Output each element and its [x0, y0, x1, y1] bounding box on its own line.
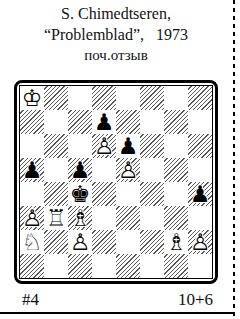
- stipulation-mate-in-4: #4: [22, 290, 39, 310]
- award-line: поч.отзыв: [0, 45, 232, 66]
- piece-wP: ♟♙: [68, 230, 92, 254]
- square-e2: [116, 230, 140, 254]
- square-d6: ♟♙: [92, 134, 116, 158]
- problem-footer: #4 10+6: [0, 290, 240, 310]
- square-h3: [188, 206, 212, 230]
- square-g5: [164, 158, 188, 182]
- square-g4: [164, 182, 188, 206]
- square-b6: [44, 134, 68, 158]
- square-d5: [92, 158, 116, 182]
- author-line: S. Chimedtseren,: [0, 3, 232, 24]
- square-g6: [164, 134, 188, 158]
- square-d4: [92, 182, 116, 206]
- square-c3: ♝♗: [68, 206, 92, 230]
- piece-bP: ♟: [68, 158, 92, 182]
- square-d7: ♟: [92, 110, 116, 134]
- square-a5: ♟: [20, 158, 44, 182]
- square-f8: [140, 86, 164, 110]
- square-f1: [140, 254, 164, 278]
- square-h7: [188, 110, 212, 134]
- chess-board: ♚♔♟♟♙♟♟♟♟♙♚♟♟♙♜♖♝♗♞♘♟♙♝♗♟♙: [20, 86, 212, 278]
- square-f6: [140, 134, 164, 158]
- piece-wN: ♞♘: [20, 230, 44, 254]
- piece-wP: ♟♙: [92, 134, 116, 158]
- square-e4: [116, 182, 140, 206]
- square-a8: ♚♔: [20, 86, 44, 110]
- separator-line: [0, 312, 233, 314]
- square-b1: [44, 254, 68, 278]
- chess-board-inner-border: ♚♔♟♟♙♟♟♟♟♙♚♟♟♙♜♖♝♗♞♘♟♙♝♗♟♙: [19, 85, 213, 279]
- piece-wK: ♚♔: [20, 86, 44, 110]
- square-b3: ♜♖: [44, 206, 68, 230]
- square-g2: ♝♗: [164, 230, 188, 254]
- square-a4: [20, 182, 44, 206]
- square-b7: [44, 110, 68, 134]
- chess-board-frame: ♚♔♟♟♙♟♟♟♟♙♚♟♟♙♜♖♝♗♞♘♟♙♝♗♟♙: [14, 80, 218, 284]
- square-c6: [68, 134, 92, 158]
- square-d8: [92, 86, 116, 110]
- piece-bP: ♟: [188, 182, 212, 206]
- square-b5: [44, 158, 68, 182]
- scanned-problem-page: S. Chimedtseren, “Problemblad”, 1973 поч…: [0, 0, 240, 319]
- square-h1: [188, 254, 212, 278]
- square-f5: [140, 158, 164, 182]
- square-f3: [140, 206, 164, 230]
- square-e3: [116, 206, 140, 230]
- square-c7: [68, 110, 92, 134]
- square-d3: [92, 206, 116, 230]
- square-e5: ♟♙: [116, 158, 140, 182]
- square-g3: [164, 206, 188, 230]
- square-c1: [68, 254, 92, 278]
- square-b2: [44, 230, 68, 254]
- page-edge-dashed-line: [233, 0, 235, 319]
- square-b4: [44, 182, 68, 206]
- square-h5: [188, 158, 212, 182]
- problem-header: S. Chimedtseren, “Problemblad”, 1973 поч…: [0, 3, 232, 66]
- square-b8: [44, 86, 68, 110]
- square-h8: [188, 86, 212, 110]
- piece-wR: ♜♖: [44, 206, 68, 230]
- square-c4: ♚: [68, 182, 92, 206]
- piece-wB: ♝♗: [164, 230, 188, 254]
- square-a7: [20, 110, 44, 134]
- material-count: 10+6: [178, 290, 213, 310]
- square-h4: ♟: [188, 182, 212, 206]
- square-d2: [92, 230, 116, 254]
- piece-bK: ♚: [68, 182, 92, 206]
- square-g7: [164, 110, 188, 134]
- square-c5: ♟: [68, 158, 92, 182]
- square-f7: [140, 110, 164, 134]
- square-e1: [116, 254, 140, 278]
- square-f4: [140, 182, 164, 206]
- square-a1: [20, 254, 44, 278]
- piece-wB: ♝♗: [68, 206, 92, 230]
- square-a6: [20, 134, 44, 158]
- square-a2: ♞♘: [20, 230, 44, 254]
- piece-bP: ♟: [116, 134, 140, 158]
- square-g8: [164, 86, 188, 110]
- square-d1: [92, 254, 116, 278]
- piece-wP: ♟♙: [116, 158, 140, 182]
- square-c2: ♟♙: [68, 230, 92, 254]
- square-a3: ♟♙: [20, 206, 44, 230]
- square-e7: [116, 110, 140, 134]
- source-year-line: “Problemblad”, 1973: [0, 24, 232, 45]
- piece-bP: ♟: [20, 158, 44, 182]
- square-e6: ♟: [116, 134, 140, 158]
- piece-wP: ♟♙: [20, 206, 44, 230]
- square-g1: [164, 254, 188, 278]
- square-e8: [116, 86, 140, 110]
- piece-bP: ♟: [92, 110, 116, 134]
- square-c8: [68, 86, 92, 110]
- piece-wP: ♟♙: [188, 230, 212, 254]
- square-h6: [188, 134, 212, 158]
- square-h2: ♟♙: [188, 230, 212, 254]
- square-f2: [140, 230, 164, 254]
